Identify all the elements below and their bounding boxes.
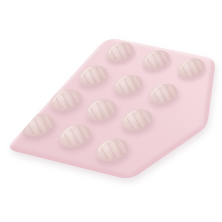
mold-photo-svg: [0, 0, 222, 222]
product-photo: [0, 0, 222, 222]
